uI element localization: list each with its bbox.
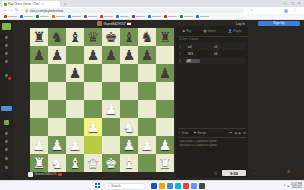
square-f8[interactable]: ♝: [120, 28, 138, 46]
square-g8[interactable]: ♞: [138, 28, 156, 46]
window-close-button[interactable]: ✕: [298, 1, 301, 5]
search-icon: ⌕: [108, 184, 110, 188]
square-a2[interactable]: ♟: [30, 136, 48, 154]
black-knight-b8[interactable]: ♞: [51, 28, 64, 46]
black-pawn-f7[interactable]: ♟: [123, 46, 136, 64]
square-b4[interactable]: [48, 100, 66, 118]
url-field[interactable]: 🔒 chess.com/play/online/new: [22, 8, 244, 13]
nav-item-icon[interactable]: [5, 52, 8, 55]
square-f6[interactable]: [120, 64, 138, 82]
square-f5[interactable]: [120, 82, 138, 100]
square-g5[interactable]: [138, 82, 156, 100]
chat-message: Guest8429157 joined the game: [179, 144, 245, 148]
taskbar-app-icons: [151, 183, 205, 189]
move-row: 2.Nf3h6: [178, 50, 246, 57]
white-pawn-d3[interactable]: ♟: [87, 118, 100, 136]
nav-item-icon[interactable]: [5, 132, 8, 135]
bookmark-label: [56, 16, 65, 18]
nav-item-icon[interactable]: [5, 44, 8, 47]
opponent-player-bar: Guest8429157: [97, 20, 131, 27]
bookmark-favicon: [4, 15, 7, 18]
player-avatar[interactable]: [28, 172, 33, 177]
bookmark-favicon: [20, 15, 23, 18]
white-pawn-e4[interactable]: ♟: [105, 100, 118, 118]
bookmark-favicon: [164, 15, 167, 18]
tray-volume-icon[interactable]: 🕪: [287, 184, 289, 188]
url-text: chess.com/play/online/new: [30, 9, 63, 13]
square-h6[interactable]: ♟: [156, 64, 174, 82]
square-h7[interactable]: [156, 46, 174, 64]
move-row: 1.e4c6: [178, 43, 246, 50]
square-f7[interactable]: ♟: [120, 46, 138, 64]
new-tab-button[interactable]: +: [64, 1, 66, 6]
taskbar-app-icon[interactable]: [191, 183, 197, 189]
window-minimize-button[interactable]: —: [283, 1, 286, 5]
black-rook-a8[interactable]: ♜: [33, 28, 46, 46]
play-tab-icon: ♟: [182, 29, 185, 33]
square-g7[interactable]: ♟: [138, 46, 156, 64]
black-bishop-f8[interactable]: ♝: [123, 28, 136, 46]
bookmark-label: [104, 16, 113, 18]
square-a8[interactable]: ♜: [30, 28, 48, 46]
square-c7[interactable]: [66, 46, 84, 64]
nav-item-icon[interactable]: [5, 166, 8, 169]
square-a3[interactable]: [30, 118, 48, 136]
lock-icon: 🔒: [25, 9, 28, 12]
black-pawn-a7[interactable]: ♟: [33, 46, 46, 64]
bookmark-item[interactable]: [148, 15, 161, 18]
tab-title: Play Chess Online - Che...: [8, 2, 41, 6]
white-queen-d1[interactable]: ♛: [87, 154, 100, 172]
square-f2[interactable]: ♟: [120, 136, 138, 154]
player-username: Guest2846175: [35, 172, 57, 176]
bookmark-item[interactable]: [36, 15, 49, 18]
square-d5[interactable]: [84, 82, 102, 100]
bookmark-favicon: [36, 15, 39, 18]
settings-gear-icon[interactable]: ⚙: [287, 170, 290, 174]
bookmark-label: [88, 16, 97, 18]
nav-item-icon[interactable]: [5, 60, 8, 63]
move-list: 1.e4c62.Nf3h63.d3: [178, 43, 246, 64]
black-queen-d8[interactable]: ♛: [87, 28, 100, 46]
square-d6[interactable]: [84, 64, 102, 82]
new-player-badge: [58, 173, 62, 176]
square-d2[interactable]: [84, 136, 102, 154]
move-white[interactable]: d3: [186, 59, 200, 63]
bookmark-label: [72, 16, 81, 18]
player-clock: 9:50: [222, 170, 246, 177]
chesscom-logo[interactable]: [2, 23, 11, 30]
square-g1[interactable]: [138, 154, 156, 172]
nav-item-icon[interactable]: [5, 140, 8, 143]
start-button[interactable]: [95, 183, 100, 188]
game-info-line: 10 min • Casual: [179, 38, 198, 41]
bookmark-label: [120, 16, 129, 18]
square-c1[interactable]: ♝: [66, 154, 84, 172]
bookmark-favicon: [196, 15, 199, 18]
bookmark-favicon: [180, 15, 183, 18]
chat-log: Guest2846175 joined the gameGuest8429157…: [179, 140, 245, 148]
nav-item-icon[interactable]: [5, 36, 8, 39]
move-nav-buttons: ⏮◀▶⏭: [229, 131, 246, 135]
bookmark-label: [184, 16, 193, 18]
opponent-avatar[interactable]: [97, 21, 102, 26]
square-a5[interactable]: [30, 82, 48, 100]
move-white[interactable]: Nf3: [186, 52, 212, 56]
move-nav-icon[interactable]: ⏮: [229, 131, 232, 135]
resign-button[interactable]: ⚑ Resign: [193, 131, 206, 135]
bookmark-item[interactable]: [116, 15, 129, 18]
white-pawn-b2[interactable]: ♟: [51, 136, 64, 154]
bookmark-favicon: [84, 15, 87, 18]
bookmark-favicon: [132, 15, 135, 18]
square-f3[interactable]: ♞: [120, 118, 138, 136]
square-e8[interactable]: ♚: [102, 28, 120, 46]
search-label: Search: [111, 184, 121, 188]
bookmark-item[interactable]: [84, 15, 97, 18]
bookmark-item[interactable]: [52, 15, 65, 18]
panel-tab-games[interactable]: ▦Games: [203, 29, 216, 33]
panel-tab-players[interactable]: 👤Players: [228, 29, 242, 33]
signup-button[interactable]: Sign Up: [258, 21, 300, 27]
square-e3[interactable]: [102, 118, 120, 136]
window-maximize-button[interactable]: ▢: [291, 1, 294, 5]
move-black[interactable]: h6: [212, 52, 238, 56]
bookmark-label: [200, 16, 209, 18]
bookmark-item[interactable]: [100, 15, 113, 18]
black-knight-g8[interactable]: ♞: [141, 28, 154, 46]
square-f1[interactable]: ♝: [120, 154, 138, 172]
taskbar-app-icon[interactable]: [167, 183, 173, 189]
move-nav-icon[interactable]: ◀: [234, 131, 236, 135]
more-options-dots[interactable]: ⋯: [253, 171, 256, 175]
panel-tabs: ♟Play▦Games👤Players: [176, 26, 248, 37]
square-e6[interactable]: [102, 64, 120, 82]
bookmark-label: [168, 16, 177, 18]
windows-taskbar: ⌕ Search ^ 🕪 10:07 PM 2/6/2025: [0, 180, 304, 190]
square-d4[interactable]: [84, 100, 102, 118]
square-h1[interactable]: ♜: [156, 154, 174, 172]
tab-close-icon[interactable]: ×: [42, 2, 44, 6]
bookmark-label: [24, 16, 33, 18]
bookmark-item[interactable]: [132, 15, 145, 18]
square-g3[interactable]: [138, 118, 156, 136]
taskbar-app-icon[interactable]: [175, 183, 181, 189]
square-f4[interactable]: [120, 100, 138, 118]
system-tray: ^ 🕪 10:07 PM 2/6/2025: [250, 182, 302, 190]
site-favicon: [4, 3, 7, 6]
white-pawn-g2[interactable]: ♟: [141, 136, 154, 154]
white-pawn-f2[interactable]: ♟: [123, 136, 136, 154]
black-bishop-c8[interactable]: ♝: [69, 28, 82, 46]
forward-icon[interactable]: →: [9, 8, 13, 12]
games-tab-icon: ▦: [203, 29, 206, 33]
login-link[interactable]: Log In: [236, 22, 245, 26]
square-a6[interactable]: [30, 64, 48, 82]
bookmark-favicon: [116, 15, 119, 18]
square-b7[interactable]: ♟: [48, 46, 66, 64]
square-h2[interactable]: ♟: [156, 136, 174, 154]
black-rook-h8[interactable]: ♜: [159, 28, 172, 46]
bottom-player-bar: Guest2846175: [28, 170, 62, 178]
white-pawn-a2[interactable]: ♟: [33, 136, 46, 154]
square-e5[interactable]: [102, 82, 120, 100]
bookmark-item[interactable]: [164, 15, 177, 18]
black-pawn-e7[interactable]: ♟: [105, 46, 118, 64]
square-g4[interactable]: [138, 100, 156, 118]
bookmark-item[interactable]: [20, 15, 33, 18]
nav-item-icon[interactable]: [5, 148, 8, 151]
square-b8[interactable]: ♞: [48, 28, 66, 46]
draw-button[interactable]: ½ Draw: [178, 131, 188, 135]
square-g2[interactable]: ♟: [138, 136, 156, 154]
move-row: 3.d3: [178, 57, 246, 64]
black-pawn-d7[interactable]: ♟: [87, 46, 100, 64]
bookmark-label: [8, 16, 17, 18]
move-black[interactable]: c6: [212, 45, 238, 49]
clock-icon: ◷: [214, 171, 217, 175]
white-bishop-f1[interactable]: ♝: [123, 154, 136, 172]
square-b5[interactable]: [48, 82, 66, 100]
panel-tab-play[interactable]: ♟Play: [182, 29, 191, 33]
square-h3[interactable]: [156, 118, 174, 136]
bookmark-label: [40, 16, 49, 18]
opponent-flag-icon: [127, 22, 131, 25]
white-pawn-c2[interactable]: ♟: [69, 136, 82, 154]
square-e4[interactable]: ♟: [102, 100, 120, 118]
black-pawn-h6[interactable]: ♟: [159, 64, 172, 82]
square-d8[interactable]: ♛: [84, 28, 102, 46]
nav-item-active[interactable]: [1, 106, 12, 111]
square-e2[interactable]: [102, 136, 120, 154]
bookmark-item[interactable]: [196, 15, 209, 18]
browser-tab-bar: Play Chess Online - Che... × + — ▢ ✕: [0, 0, 304, 7]
black-pawn-g7[interactable]: ♟: [141, 46, 154, 64]
square-b2[interactable]: ♟: [48, 136, 66, 154]
square-e7[interactable]: ♟: [102, 46, 120, 64]
bookmark-item[interactable]: [68, 15, 81, 18]
taskbar-clock[interactable]: 10:07 PM 2/6/2025: [291, 183, 302, 189]
nav-item-play-icon[interactable]: [4, 120, 9, 125]
bookmark-item[interactable]: [4, 15, 17, 18]
black-pawn-c6[interactable]: ♟: [69, 64, 82, 82]
draw-icon: ½: [178, 131, 181, 135]
move-nav-icon[interactable]: ▶: [239, 131, 241, 135]
tray-chevron-icon[interactable]: ^: [284, 184, 285, 188]
taskbar-search[interactable]: ⌕ Search: [104, 183, 146, 190]
taskbar-app-icon[interactable]: [159, 183, 165, 189]
bookmark-favicon: [68, 15, 71, 18]
browser-profile-avatar[interactable]: [284, 9, 288, 13]
square-h5[interactable]: [156, 82, 174, 100]
white-rook-h1[interactable]: ♜: [159, 154, 172, 172]
bookmark-favicon: [100, 15, 103, 18]
black-pawn-b7[interactable]: ♟: [51, 46, 64, 64]
square-c5[interactable]: [66, 82, 84, 100]
square-c3[interactable]: [66, 118, 84, 136]
bookmark-star-icon[interactable]: ☆: [250, 8, 253, 12]
square-d1[interactable]: ♛: [84, 154, 102, 172]
square-b6[interactable]: [48, 64, 66, 82]
square-d7[interactable]: ♟: [84, 46, 102, 64]
taskbar-app-icon[interactable]: [183, 183, 189, 189]
black-king-e8[interactable]: ♚: [105, 28, 118, 46]
nav-item-icon[interactable]: [5, 157, 8, 160]
reload-icon[interactable]: ↻: [15, 8, 18, 12]
bookmark-favicon: [148, 15, 151, 18]
square-h8[interactable]: ♜: [156, 28, 174, 46]
resign-flag-icon: ⚑: [193, 131, 196, 135]
square-c4[interactable]: [66, 100, 84, 118]
square-a7[interactable]: ♟: [30, 46, 48, 64]
chesscom-page: Guest8429157 Log In Sign Up ♜♞♝♛♚♝♞♜♟♟♟♟…: [0, 20, 304, 180]
opponent-username: Guest8429157: [104, 22, 126, 26]
square-c8[interactable]: ♝: [66, 28, 84, 46]
square-g6[interactable]: [138, 64, 156, 82]
game-controls-row: ½ Draw ⚑ Resign ⏮◀▶⏭: [178, 128, 246, 138]
taskbar-app-icon[interactable]: [199, 183, 205, 189]
move-white[interactable]: e4: [186, 45, 212, 49]
white-pawn-h2[interactable]: ♟: [159, 136, 172, 154]
move-nav-icon[interactable]: ⏭: [243, 131, 246, 135]
browser-menu-icon[interactable]: ⋮: [293, 8, 296, 12]
white-knight-f3[interactable]: ♞: [123, 118, 136, 136]
square-c6[interactable]: ♟: [66, 64, 84, 82]
game-side-panel: ♟Play▦Games👤Players 10 min • Casual 1.e4…: [176, 26, 248, 178]
players-tab-icon: 👤: [228, 29, 233, 33]
bookmark-label: [136, 16, 145, 18]
white-bishop-c1[interactable]: ♝: [69, 154, 82, 172]
square-d3[interactable]: ♟: [84, 118, 102, 136]
square-c2[interactable]: ♟: [66, 136, 84, 154]
square-e1[interactable]: ♚: [102, 154, 120, 172]
white-king-e1[interactable]: ♚: [105, 154, 118, 172]
bookmark-label: [152, 16, 161, 18]
bookmark-favicon: [52, 15, 55, 18]
notification-badge: [8, 77, 11, 80]
left-nav-rail: [0, 20, 13, 180]
square-a4[interactable]: [30, 100, 48, 118]
bookmark-item[interactable]: [180, 15, 193, 18]
square-h4[interactable]: [156, 100, 174, 118]
taskbar-app-icon[interactable]: [151, 183, 157, 189]
clock-row: ◷ 9:50: [178, 169, 246, 177]
square-b3[interactable]: [48, 118, 66, 136]
back-icon[interactable]: ←: [3, 8, 7, 12]
chess-board: ♜♞♝♛♚♝♞♜♟♟♟♟♟♟♟♟♟♟♞♟♟♟♟♟♟♜♞♝♛♚♝♜: [30, 28, 174, 172]
